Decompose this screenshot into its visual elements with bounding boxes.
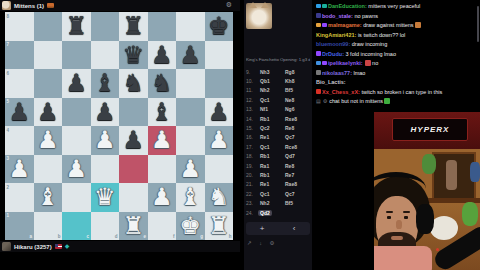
mittens-flag-icon [47,3,54,8]
black-q-piece[interactable]: ♛ [119,41,148,70]
chat-emote-icon [365,60,371,66]
chat-username[interactable]: Xx_Chess_xX: [322,89,360,95]
square-e2[interactable] [119,183,148,212]
file-label: f [173,234,175,239]
file-label: d [115,234,118,239]
square-b5[interactable]: ♟ [34,98,63,127]
chat-panel: DanEducation: mittens very peacefulbodo_… [316,2,476,107]
square-c2[interactable] [62,183,91,212]
move-number: 19. [246,163,258,169]
white-plush [430,216,458,240]
chat-text: draw against mittens [363,22,413,28]
avatar[interactable] [2,1,11,10]
salmon-shirt [374,246,432,270]
square-f4[interactable]: ♟ [148,126,177,155]
move-row: 19.Ra1Re8 [246,161,310,170]
move-number: 13. [246,106,258,112]
move-number: 15. [246,125,258,131]
chat-message: Xx_Chess_xX: twitch so broken i can type… [316,88,476,97]
white-n-piece[interactable]: ♞ [205,183,234,212]
opening-name: King's Fianchetto Opening: 1.g3 d5 2.Bg2 [246,57,310,62]
chat-username[interactable]: nikolaas77: [322,70,352,76]
chat-mod-icon[interactable]: ⚙ [323,98,327,104]
black-move[interactable]: Re7 [283,172,296,178]
move-row: 15.Qc2Re8 [246,123,310,132]
move-row: 13.Nf1Ng6 [246,105,310,114]
chat-text: draw incoming [352,41,387,47]
move-row: 11.Nh2Bf5 [246,86,310,95]
square-a6[interactable]: 6 [5,69,34,98]
white-p-piece[interactable]: ♟ [176,155,205,184]
white-p-piece[interactable]: ♟ [5,155,34,184]
white-q-piece[interactable]: ♛ [91,183,120,212]
chat-message: ▤⚙chat but not in mittens [316,97,476,106]
move-row: 20.Rb1Re7 [246,170,310,179]
white-move[interactable]: Rb1 [258,116,271,122]
black-move[interactable]: Kh8 [283,78,296,84]
white-move[interactable]: Qc1 [258,191,271,197]
square-h5[interactable]: ♟ [205,98,234,127]
chat-message: malmagame: draw against mittens [316,21,476,30]
white-b-piece[interactable]: ♝ [34,183,63,212]
chat-text: lmao [354,70,366,76]
white-p-piece[interactable]: ♟ [91,126,120,155]
white-move[interactable]: Nh2 [258,200,271,206]
new-game-button[interactable]: + [246,222,278,235]
chat-badge-icon [316,70,321,75]
mic-light [436,248,439,251]
black-move[interactable]: Qd7 [283,153,297,159]
white-p-piece[interactable]: ♟ [62,155,91,184]
nose [396,220,402,229]
chat-username[interactable]: Bio_Lactis: [316,79,346,85]
square-g1[interactable]: g♚ [176,212,205,241]
file-label: g [200,234,203,239]
move-number: 12. [246,97,258,103]
square-d1[interactable]: d [91,212,120,241]
headphone-cup [416,204,434,234]
black-p-piece[interactable]: ♟ [119,126,148,155]
chat-message: bluemoon99: draw incoming [316,40,476,49]
black-move[interactable]: Ne8 [283,97,296,103]
chat-username[interactable]: ipelikaelynki: [328,60,363,66]
square-c5[interactable] [62,98,91,127]
move-number: 21. [246,181,258,187]
rank-label: 7 [7,42,10,47]
eyebrow [386,211,393,213]
square-e4[interactable]: ♟ [119,126,148,155]
square-g3[interactable]: ♟ [176,155,205,184]
square-e6[interactable]: ♞ [119,69,148,98]
move-list-panel: King's Fianchetto Opening: 1.g3 d5 2.Bg2… [244,0,312,270]
white-move[interactable]: Nh2 [258,87,271,93]
square-b6[interactable] [34,69,63,98]
chat-badge-icon [316,89,321,94]
square-f8[interactable] [148,12,177,41]
chat-text: is twitch down?? lol [358,32,405,38]
square-g4[interactable] [176,126,205,155]
move-number: 17. [246,144,258,150]
chat-text: no pawns [354,13,378,19]
chat-text: twitch so broken i can type in this [361,89,442,95]
move-number: 10. [246,78,258,84]
black-p-piece[interactable]: ♟ [205,98,234,127]
square-g6[interactable] [176,69,205,98]
square-b4[interactable]: ♟ [34,126,63,155]
chat-emote-icon [415,22,421,28]
black-move[interactable]: Re8 [283,163,296,169]
chat-username[interactable]: bluemoon99: [316,41,350,47]
black-move[interactable]: Bf5 [283,87,295,93]
white-p-piece[interactable]: ♟ [148,126,177,155]
file-label: e [143,234,146,239]
square-h4[interactable]: ♟ [205,126,234,155]
black-move[interactable]: Qc7 [283,191,296,197]
black-p-piece[interactable]: ♟ [5,98,34,127]
square-d5[interactable]: ♟ [91,98,120,127]
chat-badge-icon [322,61,327,66]
black-p-piece[interactable]: ♟ [62,69,91,98]
move-number: 18. [246,153,258,159]
player-name-bottom: Hikaru (3257) [14,244,52,250]
square-g5[interactable] [176,98,205,127]
white-p-piece[interactable]: ♟ [205,126,234,155]
move-number: 20. [246,172,258,178]
black-move[interactable]: Rxe8 [283,116,299,122]
black-p-piece[interactable]: ♟ [176,41,205,70]
file-label: b [58,234,61,239]
chat-mod-icon[interactable]: ▤ [316,98,321,104]
white-move[interactable]: Rb1 [258,153,271,159]
move-number: 22. [246,191,258,197]
stream-screen: Mittens (1) ⚙ 8♜♜♚7♛♟♟6♟♝♞♞5♟♟♟♝♟4♟♟♟♟♟3… [0,0,480,270]
opponent-avatar-cat[interactable] [246,3,272,29]
black-p-piece[interactable]: ♟ [34,98,63,127]
square-g2[interactable]: ♝ [176,183,205,212]
square-b8[interactable] [34,12,63,41]
white-move[interactable]: Qc1 [258,144,271,150]
square-c1[interactable]: c [62,212,91,241]
square-e5[interactable] [119,98,148,127]
square-f3[interactable] [148,155,177,184]
diamond-membership-icon: ◆ [65,244,70,249]
square-h3[interactable] [205,155,234,184]
move-row: 18.Rb1Qd7 [246,152,310,161]
square-d4[interactable]: ♟ [91,126,120,155]
square-f2[interactable]: ♟ [148,183,177,212]
move-row: 22.Qc1Qc7 [246,189,310,198]
chat-badge-icon [316,51,321,56]
square-c3[interactable]: ♟ [62,155,91,184]
black-move[interactable]: Bf5 [283,200,295,206]
square-h8[interactable]: ♚ [205,12,234,41]
move-row: 23.Nh2Bf5 [246,198,310,207]
file-label: c [86,234,89,239]
player-name-top: Mittens (1) [14,3,44,9]
white-move[interactable]: Qc1 [258,97,271,103]
player-bar-top: Mittens (1) ⚙ [0,0,240,11]
chat-badge-icon [316,13,321,18]
white-move[interactable]: Nf1 [258,106,270,112]
avatar[interactable] [2,242,11,251]
square-d2[interactable]: ♛ [91,183,120,212]
chat-scrollbar[interactable] [477,6,479,42]
chat-message: KingAmiari421: is twitch down?? lol [316,31,476,40]
webcam-feed: HYPERX [374,112,480,270]
black-move[interactable]: Ng6 [283,106,296,112]
square-g8[interactable] [176,12,205,41]
gear-icon[interactable]: ⚙ [226,1,232,9]
black-p-piece[interactable]: ♟ [148,41,177,70]
black-move[interactable]: Rae8 [283,181,299,187]
move-row: 21.Re1Rae8 [246,180,310,189]
rank-label: 8 [7,14,10,19]
rank-label: 4 [7,128,10,133]
square-c8[interactable]: ♜ [62,12,91,41]
square-h7[interactable] [205,41,234,70]
chat-message: bodo_stale: no pawns [316,12,476,21]
square-a4[interactable]: 4 [5,126,34,155]
chat-username[interactable]: DanEducation: [328,3,367,9]
square-e8[interactable]: ♜ [119,12,148,41]
square-a3[interactable]: 3♟ [5,155,34,184]
chat-message: nikolaas77: lmao [316,69,476,78]
file-label: a [29,234,32,239]
move-row: 24.Qd2 [246,208,310,217]
move-row: 17.Qc1Rce8 [246,142,310,151]
square-c4[interactable] [62,126,91,155]
square-b7[interactable] [34,41,63,70]
square-f7[interactable]: ♟ [148,41,177,70]
square-b2[interactable]: ♝ [34,183,63,212]
move-number: 23. [246,200,258,206]
move-number: 24. [246,210,258,216]
trophy-figure [446,160,457,190]
white-p-piece[interactable]: ♟ [34,126,63,155]
chat-badge-icon [316,61,321,66]
rank-label: 3 [7,156,10,161]
square-a2[interactable]: 2 [5,183,34,212]
black-move[interactable]: Rg8 [283,69,296,75]
chat-username[interactable]: malmagame: [328,22,362,28]
move-number: 16. [246,134,258,140]
white-p-piece[interactable]: ♟ [148,183,177,212]
move-row: 10.Qb1Kh8 [246,76,310,85]
chat-emote-icon [384,98,390,104]
square-b1[interactable]: b [34,212,63,241]
chat-text: no [372,60,378,66]
white-move[interactable]: Nh3 [258,69,271,75]
back-move-button[interactable]: ‹ [278,222,310,235]
chat-message: DrDudu: 3 fold incoming lmao [316,50,476,59]
black-b-piece[interactable]: ♝ [91,69,120,98]
blue-figurine [470,162,480,182]
white-move[interactable]: Re1 [258,134,271,140]
rank-label: 5 [7,99,10,104]
chess-board[interactable]: 8♜♜♚7♛♟♟6♟♝♞♞5♟♟♟♝♟4♟♟♟♟♟3♟♟♟2♝♛♟♝♞1abcd… [5,12,233,240]
move-row: 14.Rb1Rxe8 [246,114,310,123]
square-g7[interactable]: ♟ [176,41,205,70]
panel-footer-icons[interactable]: ↗ ↓ ⚙ [247,240,277,246]
white-move[interactable]: Qd2 [258,210,272,216]
green-figurine-2 [462,202,478,226]
eyebrow [403,211,410,213]
chat-message: ipelikaelynki: no [316,59,476,68]
black-move[interactable]: Re8 [283,125,296,131]
square-h2[interactable]: ♞ [205,183,234,212]
square-h1[interactable]: h♜ [205,212,234,241]
black-k-piece[interactable]: ♚ [205,12,234,41]
eye [387,216,391,219]
chat-badge-icon [316,4,321,9]
square-b3[interactable] [34,155,63,184]
move-row: 12.Qc1Ne8 [246,95,310,104]
chat-badge-icon [322,4,327,9]
chat-message: Bio_Lactis: [316,78,476,87]
square-a5[interactable]: 5♟ [5,98,34,127]
player-bar-bottom: Hikaru (3257) ◆ [0,241,240,252]
black-r-piece[interactable]: ♜ [62,12,91,41]
mouth [391,236,403,240]
black-r-piece[interactable]: ♜ [119,12,148,41]
chat-badge-icon [316,23,321,28]
black-move[interactable]: Qc7 [283,134,296,140]
move-number: 14. [246,116,258,122]
chat-username[interactable]: DrDudu: [322,51,344,57]
move-toolbar: + ‹ [246,222,310,235]
chat-badge-icon [322,23,327,28]
move-row: 16.Re1Qc7 [246,133,310,142]
white-move[interactable]: Qb1 [258,78,272,84]
square-a1[interactable]: 1a [5,212,34,241]
black-n-piece[interactable]: ♞ [119,69,148,98]
white-move[interactable]: Rb1 [258,172,271,178]
square-d7[interactable] [91,41,120,70]
rank-label: 6 [7,71,10,76]
square-f5[interactable]: ♝ [148,98,177,127]
file-label: h [229,234,232,239]
square-f6[interactable]: ♞ [148,69,177,98]
move-number: 11. [246,87,258,93]
square-a7[interactable]: 7 [5,41,34,70]
hyperx-logo: HYPERX [392,118,468,141]
black-move[interactable]: Rce8 [283,144,299,150]
square-f1[interactable]: f [148,212,177,241]
square-d3[interactable] [91,155,120,184]
square-c7[interactable] [62,41,91,70]
move-list: 9.Nh3Rg810.Qb1Kh811.Nh2Bf512.Qc1Ne813.Nf… [246,67,310,217]
chat-text: chat but not in mittens [329,98,383,104]
square-a8[interactable]: 8 [5,12,34,41]
white-b-piece[interactable]: ♝ [176,183,205,212]
white-move[interactable]: Ra1 [258,163,271,169]
white-move[interactable]: Re1 [258,181,271,187]
black-b-piece[interactable]: ♝ [148,98,177,127]
square-d6[interactable]: ♝ [91,69,120,98]
green-figurine [422,154,436,174]
square-c6[interactable]: ♟ [62,69,91,98]
white-move[interactable]: Qc2 [258,125,271,131]
square-h6[interactable] [205,69,234,98]
black-n-piece[interactable]: ♞ [148,69,177,98]
us-flag-icon [55,244,62,249]
black-p-piece[interactable]: ♟ [91,98,120,127]
eye [404,216,408,219]
chat-username[interactable]: bodo_stale: [322,13,353,19]
rank-label: 1 [7,213,10,218]
square-d8[interactable] [91,12,120,41]
chat-text: mittens very peaceful [368,3,420,9]
square-e1[interactable]: e♜ [119,212,148,241]
move-number: 9. [246,69,258,75]
square-e7[interactable]: ♛ [119,41,148,70]
rank-label: 2 [7,185,10,190]
square-e3[interactable] [119,155,148,184]
chat-message: DanEducation: mittens very peaceful [316,2,476,11]
chat-text: 3 fold incoming lmao [346,51,396,57]
move-row: 9.Nh3Rg8 [246,67,310,76]
chat-username[interactable]: KingAmiari421: [316,32,356,38]
